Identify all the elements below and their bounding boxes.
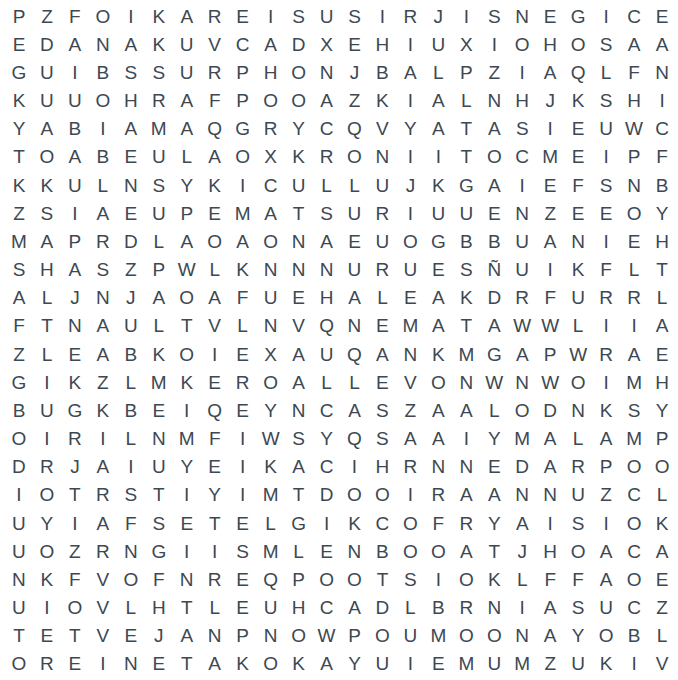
grid-cell[interactable]: S <box>592 171 620 199</box>
grid-cell[interactable]: N <box>341 312 369 340</box>
grid-cell[interactable]: G <box>5 58 33 86</box>
grid-cell[interactable]: E <box>396 284 424 312</box>
grid-cell[interactable]: A <box>117 115 145 143</box>
grid-cell[interactable]: S <box>592 86 620 114</box>
grid-cell[interactable]: O <box>648 453 676 481</box>
grid-cell[interactable]: E <box>229 565 257 593</box>
grid-cell[interactable]: D <box>368 593 396 621</box>
grid-cell[interactable]: I <box>61 199 89 227</box>
grid-cell[interactable]: W <box>536 312 564 340</box>
grid-cell[interactable]: I <box>201 340 229 368</box>
grid-cell[interactable]: S <box>564 593 592 621</box>
grid-cell[interactable]: A <box>536 593 564 621</box>
grid-cell[interactable]: Q <box>313 312 341 340</box>
grid-cell[interactable]: N <box>480 593 508 621</box>
grid-cell[interactable]: O <box>257 650 285 678</box>
grid-cell[interactable]: K <box>5 171 33 199</box>
grid-cell[interactable]: N <box>173 565 201 593</box>
grid-cell[interactable]: G <box>424 227 452 255</box>
grid-cell[interactable]: L <box>117 593 145 621</box>
grid-cell[interactable]: C <box>368 509 396 537</box>
grid-cell[interactable]: G <box>229 115 257 143</box>
grid-cell[interactable]: K <box>285 650 313 678</box>
grid-cell[interactable]: K <box>257 453 285 481</box>
grid-cell[interactable]: E <box>229 396 257 424</box>
grid-cell[interactable]: I <box>452 424 480 452</box>
grid-cell[interactable]: O <box>620 509 648 537</box>
grid-cell[interactable]: I <box>592 312 620 340</box>
grid-cell[interactable]: S <box>480 2 508 30</box>
grid-cell[interactable]: A <box>89 199 117 227</box>
grid-cell[interactable]: I <box>592 368 620 396</box>
grid-cell[interactable]: K <box>592 396 620 424</box>
grid-cell[interactable]: L <box>648 622 676 650</box>
grid-cell[interactable]: U <box>145 199 173 227</box>
grid-cell[interactable]: Q <box>341 424 369 452</box>
grid-cell[interactable]: K <box>368 86 396 114</box>
grid-cell[interactable]: E <box>592 199 620 227</box>
grid-cell[interactable]: A <box>536 453 564 481</box>
grid-cell[interactable]: S <box>564 509 592 537</box>
grid-cell[interactable]: K <box>592 650 620 678</box>
grid-cell[interactable]: A <box>341 396 369 424</box>
grid-cell[interactable]: W <box>313 622 341 650</box>
grid-cell[interactable]: L <box>313 368 341 396</box>
grid-cell[interactable]: U <box>117 312 145 340</box>
grid-cell[interactable]: E <box>564 115 592 143</box>
grid-cell[interactable]: U <box>145 453 173 481</box>
grid-cell[interactable]: R <box>89 227 117 255</box>
grid-cell[interactable]: F <box>117 509 145 537</box>
grid-cell[interactable]: I <box>536 509 564 537</box>
grid-cell[interactable]: Y <box>5 115 33 143</box>
grid-cell[interactable]: H <box>368 30 396 58</box>
grid-cell[interactable]: E <box>201 453 229 481</box>
grid-cell[interactable]: R <box>508 284 536 312</box>
grid-cell[interactable]: I <box>424 143 452 171</box>
grid-cell[interactable]: I <box>368 2 396 30</box>
grid-cell[interactable]: E <box>145 650 173 678</box>
grid-cell[interactable]: A <box>620 30 648 58</box>
grid-cell[interactable]: B <box>117 396 145 424</box>
grid-cell[interactable]: O <box>508 396 536 424</box>
grid-cell[interactable]: O <box>564 368 592 396</box>
grid-cell[interactable]: N <box>536 481 564 509</box>
grid-cell[interactable]: E <box>285 284 313 312</box>
grid-cell[interactable]: E <box>201 199 229 227</box>
grid-cell[interactable]: L <box>145 312 173 340</box>
grid-cell[interactable]: Y <box>480 424 508 452</box>
grid-cell[interactable]: U <box>313 2 341 30</box>
grid-cell[interactable]: O <box>341 481 369 509</box>
grid-cell[interactable]: M <box>257 481 285 509</box>
grid-cell[interactable]: S <box>508 115 536 143</box>
grid-cell[interactable]: O <box>33 481 61 509</box>
grid-cell[interactable]: O <box>564 30 592 58</box>
grid-cell[interactable]: M <box>620 424 648 452</box>
grid-cell[interactable]: E <box>341 30 369 58</box>
grid-cell[interactable]: E <box>33 622 61 650</box>
grid-cell[interactable]: S <box>89 255 117 283</box>
grid-cell[interactable]: T <box>452 312 480 340</box>
grid-cell[interactable]: I <box>61 509 89 537</box>
grid-cell[interactable]: N <box>508 481 536 509</box>
grid-cell[interactable]: U <box>313 340 341 368</box>
grid-cell[interactable]: R <box>368 199 396 227</box>
grid-cell[interactable]: S <box>396 565 424 593</box>
grid-cell[interactable]: C <box>313 396 341 424</box>
grid-cell[interactable]: N <box>452 368 480 396</box>
grid-cell[interactable]: M <box>145 368 173 396</box>
grid-cell[interactable]: Y <box>648 396 676 424</box>
grid-cell[interactable]: E <box>173 509 201 537</box>
grid-cell[interactable]: O <box>620 199 648 227</box>
grid-cell[interactable]: K <box>145 340 173 368</box>
grid-cell[interactable]: A <box>536 424 564 452</box>
grid-cell[interactable]: O <box>396 227 424 255</box>
grid-cell[interactable]: A <box>508 509 536 537</box>
grid-cell[interactable]: F <box>201 86 229 114</box>
grid-cell[interactable]: R <box>592 284 620 312</box>
grid-cell[interactable]: J <box>145 622 173 650</box>
grid-cell[interactable]: Y <box>313 424 341 452</box>
grid-cell[interactable]: E <box>536 171 564 199</box>
grid-cell[interactable]: R <box>229 368 257 396</box>
grid-cell[interactable]: R <box>452 593 480 621</box>
grid-cell[interactable]: U <box>368 650 396 678</box>
grid-cell[interactable]: R <box>396 2 424 30</box>
grid-cell[interactable]: O <box>61 593 89 621</box>
grid-cell[interactable]: W <box>620 115 648 143</box>
grid-cell[interactable]: E <box>61 340 89 368</box>
grid-cell[interactable]: S <box>341 2 369 30</box>
grid-cell[interactable]: G <box>285 509 313 537</box>
grid-cell[interactable]: O <box>480 143 508 171</box>
grid-cell[interactable]: O <box>257 227 285 255</box>
grid-cell[interactable]: W <box>536 368 564 396</box>
grid-cell[interactable]: I <box>117 453 145 481</box>
grid-cell[interactable]: P <box>452 58 480 86</box>
grid-cell[interactable]: L <box>424 58 452 86</box>
grid-cell[interactable]: O <box>313 565 341 593</box>
grid-cell[interactable]: E <box>5 30 33 58</box>
grid-cell[interactable]: B <box>89 143 117 171</box>
grid-cell[interactable]: S <box>368 424 396 452</box>
grid-cell[interactable]: L <box>117 368 145 396</box>
grid-cell[interactable]: O <box>424 537 452 565</box>
grid-cell[interactable]: A <box>648 30 676 58</box>
grid-cell[interactable]: F <box>536 565 564 593</box>
grid-cell[interactable]: P <box>592 453 620 481</box>
grid-cell[interactable]: U <box>508 255 536 283</box>
grid-cell[interactable]: U <box>341 255 369 283</box>
grid-cell[interactable]: N <box>424 453 452 481</box>
grid-cell[interactable]: I <box>117 2 145 30</box>
grid-cell[interactable]: N <box>257 622 285 650</box>
grid-cell[interactable]: M <box>396 312 424 340</box>
grid-cell[interactable]: E <box>201 368 229 396</box>
grid-cell[interactable]: Y <box>173 453 201 481</box>
grid-cell[interactable]: H <box>117 86 145 114</box>
grid-cell[interactable]: I <box>89 115 117 143</box>
grid-cell[interactable]: M <box>173 424 201 452</box>
grid-cell[interactable]: S <box>33 199 61 227</box>
grid-cell[interactable]: O <box>89 86 117 114</box>
grid-cell[interactable]: I <box>229 424 257 452</box>
grid-cell[interactable]: O <box>257 368 285 396</box>
grid-cell[interactable]: T <box>201 509 229 537</box>
grid-cell[interactable]: E <box>341 227 369 255</box>
grid-cell[interactable]: H <box>648 227 676 255</box>
grid-cell[interactable]: N <box>396 340 424 368</box>
grid-cell[interactable]: H <box>257 58 285 86</box>
grid-cell[interactable]: V <box>89 593 117 621</box>
grid-cell[interactable]: I <box>592 143 620 171</box>
grid-cell[interactable]: I <box>33 424 61 452</box>
grid-cell[interactable]: U <box>257 593 285 621</box>
grid-cell[interactable]: B <box>480 227 508 255</box>
grid-cell[interactable]: R <box>424 481 452 509</box>
grid-cell[interactable]: O <box>173 284 201 312</box>
grid-cell[interactable]: F <box>229 284 257 312</box>
grid-cell[interactable]: Z <box>89 368 117 396</box>
grid-cell[interactable]: R <box>33 650 61 678</box>
grid-cell[interactable]: H <box>620 86 648 114</box>
grid-cell[interactable]: C <box>620 481 648 509</box>
grid-cell[interactable]: A <box>145 284 173 312</box>
grid-cell[interactable]: H <box>145 593 173 621</box>
grid-cell[interactable]: O <box>452 622 480 650</box>
grid-cell[interactable]: A <box>424 86 452 114</box>
grid-cell[interactable]: Q <box>564 58 592 86</box>
grid-cell[interactable]: N <box>117 537 145 565</box>
grid-cell[interactable]: C <box>229 30 257 58</box>
grid-cell[interactable]: O <box>564 537 592 565</box>
grid-cell[interactable]: O <box>33 537 61 565</box>
grid-cell[interactable]: Z <box>536 650 564 678</box>
grid-cell[interactable]: T <box>173 312 201 340</box>
grid-cell[interactable]: I <box>33 593 61 621</box>
grid-cell[interactable]: N <box>452 453 480 481</box>
grid-cell[interactable]: D <box>117 227 145 255</box>
grid-cell[interactable]: A <box>480 481 508 509</box>
grid-cell[interactable]: Q <box>201 115 229 143</box>
grid-cell[interactable]: H <box>648 368 676 396</box>
grid-cell[interactable]: P <box>229 86 257 114</box>
grid-cell[interactable]: N <box>257 255 285 283</box>
grid-cell[interactable]: E <box>117 199 145 227</box>
grid-cell[interactable]: I <box>536 115 564 143</box>
grid-cell[interactable]: L <box>313 171 341 199</box>
grid-cell[interactable]: N <box>201 622 229 650</box>
grid-cell[interactable]: F <box>648 143 676 171</box>
grid-cell[interactable]: A <box>592 537 620 565</box>
grid-cell[interactable]: P <box>620 143 648 171</box>
grid-cell[interactable]: A <box>313 650 341 678</box>
grid-cell[interactable]: E <box>424 255 452 283</box>
grid-cell[interactable]: E <box>229 2 257 30</box>
grid-cell[interactable]: F <box>564 565 592 593</box>
grid-cell[interactable]: I <box>313 509 341 537</box>
grid-cell[interactable]: N <box>117 650 145 678</box>
grid-cell[interactable]: U <box>396 255 424 283</box>
grid-cell[interactable]: L <box>33 340 61 368</box>
grid-cell[interactable]: N <box>564 227 592 255</box>
grid-cell[interactable]: Ñ <box>480 255 508 283</box>
grid-cell[interactable]: W <box>257 424 285 452</box>
grid-cell[interactable]: J <box>508 537 536 565</box>
grid-cell[interactable]: A <box>424 424 452 452</box>
grid-cell[interactable]: P <box>61 227 89 255</box>
grid-cell[interactable]: G <box>5 368 33 396</box>
grid-cell[interactable]: E <box>648 565 676 593</box>
grid-cell[interactable]: L <box>452 86 480 114</box>
grid-cell[interactable]: U <box>61 86 89 114</box>
grid-cell[interactable]: O <box>89 2 117 30</box>
grid-cell[interactable]: A <box>368 340 396 368</box>
grid-cell[interactable]: B <box>368 537 396 565</box>
grid-cell[interactable]: E <box>368 312 396 340</box>
grid-cell[interactable]: N <box>257 312 285 340</box>
grid-cell[interactable]: U <box>592 115 620 143</box>
grid-cell[interactable]: A <box>285 368 313 396</box>
grid-cell[interactable]: K <box>424 171 452 199</box>
grid-cell[interactable]: A <box>89 453 117 481</box>
grid-cell[interactable]: B <box>89 58 117 86</box>
grid-cell[interactable]: P <box>229 58 257 86</box>
grid-cell[interactable]: U <box>341 199 369 227</box>
grid-cell[interactable]: A <box>61 143 89 171</box>
grid-cell[interactable]: E <box>648 340 676 368</box>
grid-cell[interactable]: N <box>508 2 536 30</box>
grid-cell[interactable]: O <box>117 565 145 593</box>
grid-cell[interactable]: R <box>201 2 229 30</box>
grid-cell[interactable]: H <box>536 537 564 565</box>
grid-cell[interactable]: L <box>396 593 424 621</box>
grid-cell[interactable]: P <box>173 199 201 227</box>
grid-cell[interactable]: U <box>564 650 592 678</box>
grid-cell[interactable]: A <box>117 30 145 58</box>
grid-cell[interactable]: N <box>508 199 536 227</box>
grid-cell[interactable]: Y <box>33 509 61 537</box>
grid-cell[interactable]: Z <box>341 86 369 114</box>
grid-cell[interactable]: V <box>201 30 229 58</box>
grid-cell[interactable]: X <box>313 30 341 58</box>
grid-cell[interactable]: I <box>173 481 201 509</box>
grid-cell[interactable]: E <box>368 368 396 396</box>
grid-cell[interactable]: Z <box>480 58 508 86</box>
grid-cell[interactable]: D <box>33 30 61 58</box>
grid-cell[interactable]: A <box>285 340 313 368</box>
grid-cell[interactable]: P <box>145 255 173 283</box>
grid-cell[interactable]: I <box>229 481 257 509</box>
grid-cell[interactable]: E <box>648 2 676 30</box>
grid-cell[interactable]: A <box>620 340 648 368</box>
grid-cell[interactable]: A <box>341 593 369 621</box>
grid-cell[interactable]: E <box>536 2 564 30</box>
grid-cell[interactable]: A <box>89 312 117 340</box>
grid-cell[interactable]: T <box>33 312 61 340</box>
grid-cell[interactable]: A <box>480 115 508 143</box>
grid-cell[interactable]: V <box>396 368 424 396</box>
grid-cell[interactable]: O <box>592 622 620 650</box>
grid-cell[interactable]: O <box>480 622 508 650</box>
grid-cell[interactable]: W <box>508 312 536 340</box>
grid-cell[interactable]: K <box>648 509 676 537</box>
grid-cell[interactable]: T <box>285 199 313 227</box>
grid-cell[interactable]: J <box>424 2 452 30</box>
grid-cell[interactable]: T <box>173 593 201 621</box>
grid-cell[interactable]: R <box>89 537 117 565</box>
grid-cell[interactable]: M <box>145 115 173 143</box>
grid-cell[interactable]: U <box>564 481 592 509</box>
grid-cell[interactable]: I <box>396 481 424 509</box>
grid-cell[interactable]: O <box>368 481 396 509</box>
grid-cell[interactable]: V <box>285 312 313 340</box>
grid-cell[interactable]: O <box>341 565 369 593</box>
grid-cell[interactable]: A <box>257 30 285 58</box>
grid-cell[interactable]: A <box>424 312 452 340</box>
grid-cell[interactable]: S <box>620 396 648 424</box>
grid-cell[interactable]: O <box>257 86 285 114</box>
grid-cell[interactable]: B <box>61 115 89 143</box>
grid-cell[interactable]: I <box>592 509 620 537</box>
grid-cell[interactable]: M <box>424 622 452 650</box>
grid-cell[interactable]: I <box>620 312 648 340</box>
grid-cell[interactable]: G <box>145 537 173 565</box>
grid-cell[interactable]: R <box>313 143 341 171</box>
grid-cell[interactable]: I <box>341 453 369 481</box>
grid-cell[interactable]: A <box>173 622 201 650</box>
grid-cell[interactable]: D <box>508 453 536 481</box>
grid-cell[interactable]: A <box>424 284 452 312</box>
grid-cell[interactable]: C <box>620 537 648 565</box>
grid-cell[interactable]: O <box>229 143 257 171</box>
grid-cell[interactable]: K <box>145 30 173 58</box>
grid-cell[interactable]: G <box>480 340 508 368</box>
grid-cell[interactable]: D <box>480 284 508 312</box>
grid-cell[interactable]: T <box>61 481 89 509</box>
grid-cell[interactable]: S <box>145 171 173 199</box>
grid-cell[interactable]: I <box>508 593 536 621</box>
grid-cell[interactable]: F <box>536 284 564 312</box>
grid-cell[interactable]: U <box>424 199 452 227</box>
grid-cell[interactable]: T <box>480 537 508 565</box>
grid-cell[interactable]: L <box>564 424 592 452</box>
grid-cell[interactable]: A <box>285 453 313 481</box>
grid-cell[interactable]: N <box>285 255 313 283</box>
grid-cell[interactable]: J <box>117 284 145 312</box>
grid-cell[interactable]: D <box>313 481 341 509</box>
grid-cell[interactable]: A <box>396 424 424 452</box>
grid-cell[interactable]: N <box>368 143 396 171</box>
grid-cell[interactable]: R <box>592 340 620 368</box>
grid-cell[interactable]: U <box>5 537 33 565</box>
grid-cell[interactable]: O <box>368 622 396 650</box>
grid-cell[interactable]: F <box>564 171 592 199</box>
grid-cell[interactable]: R <box>33 453 61 481</box>
grid-cell[interactable]: I <box>229 453 257 481</box>
grid-cell[interactable]: U <box>368 171 396 199</box>
grid-cell[interactable]: S <box>229 537 257 565</box>
grid-cell[interactable]: A <box>61 30 89 58</box>
grid-cell[interactable]: A <box>313 86 341 114</box>
grid-cell[interactable]: O <box>341 143 369 171</box>
grid-cell[interactable]: U <box>424 30 452 58</box>
grid-cell[interactable]: A <box>89 340 117 368</box>
grid-cell[interactable]: A <box>173 115 201 143</box>
grid-cell[interactable]: M <box>257 537 285 565</box>
